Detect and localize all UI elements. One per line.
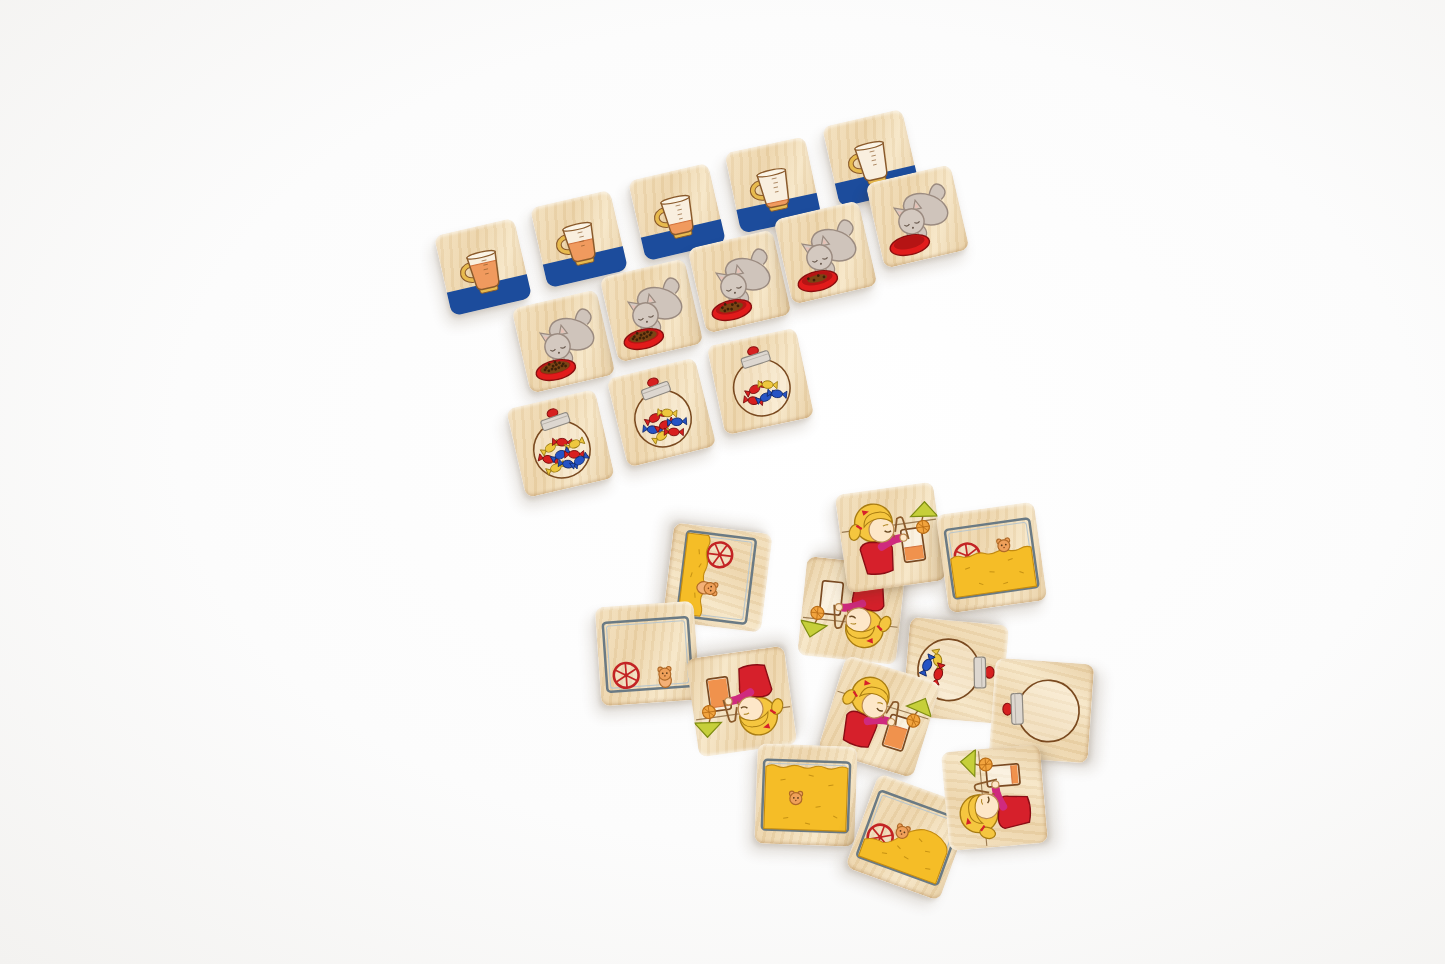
measuring-cup-illustration [434,218,532,316]
hamster-cage-illustration [754,743,857,846]
tile-jar-2[interactable] [606,357,716,467]
hamster-cage-illustration [935,501,1047,613]
tile-hamster-3[interactable] [935,501,1047,613]
tile-hamster-5[interactable] [754,743,857,846]
girl-drink-illustration [940,743,1047,850]
table-surface [0,0,1445,964]
candy-jar-illustration [505,388,614,497]
tile-jar-1[interactable] [505,388,614,497]
tile-cat-3[interactable] [687,229,791,333]
cat-bowl-illustration [865,164,969,268]
girl-drink-illustration [834,481,946,593]
tile-girl-1[interactable] [685,645,797,757]
cat-bowl-illustration [773,200,877,304]
candy-jar-illustration [606,357,716,467]
tile-cat-1[interactable] [511,289,615,393]
candy-jar-illustration [706,327,814,435]
cat-bowl-illustration [687,229,791,333]
tile-girl-4[interactable] [940,743,1047,850]
girl-drink-illustration [685,645,797,757]
measuring-cup-illustration [530,190,628,288]
tile-cat-5[interactable] [865,164,969,268]
tile-cup-2[interactable] [530,190,628,288]
tile-cat-2[interactable] [599,258,703,362]
tile-jar-3[interactable] [706,327,814,435]
cat-bowl-illustration [511,289,615,393]
tile-hamster-1[interactable] [594,600,700,706]
tile-cat-4[interactable] [773,200,877,304]
hamster-cage-illustration [594,600,700,706]
tile-girl-3[interactable] [834,481,946,593]
cat-bowl-illustration [599,258,703,362]
tile-cup-1[interactable] [434,218,532,316]
